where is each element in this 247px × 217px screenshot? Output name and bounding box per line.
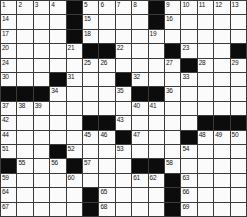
cell-r11c11[interactable] xyxy=(165,145,180,158)
cell-r15c3[interactable] xyxy=(34,203,49,216)
clue-number-34: 34 xyxy=(51,87,58,94)
cell-r8c14[interactable] xyxy=(214,102,229,115)
clue-number-13: 13 xyxy=(232,1,239,8)
cell-r1c11[interactable]: 9 xyxy=(165,1,180,14)
cell-r2c11[interactable]: 16 xyxy=(165,15,180,28)
cell-r9c2[interactable] xyxy=(17,116,32,129)
cell-r6c3[interactable] xyxy=(34,73,49,86)
clue-number-51: 51 xyxy=(2,145,9,152)
black-cell-r7c1 xyxy=(1,87,16,100)
cell-r9c10[interactable] xyxy=(149,116,164,129)
cell-r11c14[interactable] xyxy=(214,145,229,158)
clue-number-10: 10 xyxy=(182,1,189,8)
cell-r14c4[interactable] xyxy=(50,188,65,201)
cell-r6c15[interactable] xyxy=(231,73,246,86)
cell-r14c7[interactable]: 65 xyxy=(99,188,114,201)
cell-r8c11[interactable] xyxy=(165,102,180,115)
cell-r5c1[interactable]: 24 xyxy=(1,59,16,72)
crossword-puzzle: 1234567891011121314151617181920212223242… xyxy=(0,0,247,217)
cell-r7c7[interactable] xyxy=(99,87,114,100)
clue-number-26: 26 xyxy=(100,59,107,66)
cell-r1c8[interactable]: 7 xyxy=(116,1,131,14)
cell-r11c8[interactable]: 53 xyxy=(116,145,131,158)
cell-r1c2[interactable]: 2 xyxy=(17,1,32,14)
cell-r9c8[interactable]: 43 xyxy=(116,116,131,129)
cell-r12c7[interactable] xyxy=(99,159,114,172)
cell-r15c15[interactable] xyxy=(231,203,246,216)
black-cell-r2c5 xyxy=(67,15,82,28)
clue-number-33: 33 xyxy=(182,73,189,80)
clue-number-36: 36 xyxy=(166,87,173,94)
cell-r9c11[interactable] xyxy=(165,116,180,129)
cell-r4c3[interactable] xyxy=(34,44,49,57)
cell-r7c13[interactable] xyxy=(198,87,213,100)
cell-r7c15[interactable] xyxy=(231,87,246,100)
cell-r1c4[interactable]: 4 xyxy=(50,1,65,14)
cell-r5c14[interactable] xyxy=(214,59,229,72)
clue-number-48: 48 xyxy=(199,131,206,138)
cell-r7c12[interactable] xyxy=(181,87,196,100)
cell-r5c7[interactable]: 26 xyxy=(99,59,114,72)
cell-r8c6[interactable] xyxy=(83,102,98,115)
black-cell-r12c9 xyxy=(132,159,147,172)
cell-r2c2[interactable] xyxy=(17,15,32,28)
cell-r14c3[interactable] xyxy=(34,188,49,201)
clue-number-67: 67 xyxy=(2,203,9,210)
black-cell-r9c15 xyxy=(231,116,246,129)
clue-number-11: 11 xyxy=(199,1,205,8)
cell-r12c11[interactable]: 58 xyxy=(165,159,180,172)
cell-r9c1[interactable]: 42 xyxy=(1,116,16,129)
black-cell-r12c10 xyxy=(149,159,164,172)
cell-r3c7[interactable] xyxy=(99,30,114,43)
cell-r8c1[interactable]: 37 xyxy=(1,102,16,115)
cell-r12c15[interactable] xyxy=(231,159,246,172)
cell-r15c1[interactable]: 67 xyxy=(1,203,16,216)
clue-number-56: 56 xyxy=(51,159,58,166)
cell-r14c10[interactable] xyxy=(149,188,164,201)
cell-r14c14[interactable] xyxy=(214,188,229,201)
cell-r6c10[interactable] xyxy=(149,73,164,86)
cell-r9c4[interactable] xyxy=(50,116,65,129)
black-cell-r2c10 xyxy=(149,15,164,28)
black-cell-r1c10 xyxy=(149,1,164,14)
cell-r8c5[interactable] xyxy=(67,102,82,115)
cell-r13c4[interactable] xyxy=(50,174,65,187)
cell-r15c5[interactable] xyxy=(67,203,82,216)
clue-number-55: 55 xyxy=(18,159,25,166)
cell-r11c12[interactable]: 54 xyxy=(181,145,196,158)
cell-r2c14[interactable] xyxy=(214,15,229,28)
cell-r1c14[interactable]: 12 xyxy=(214,1,229,14)
black-cell-r9c13 xyxy=(198,116,213,129)
cell-r8c9[interactable]: 40 xyxy=(132,102,147,115)
clue-number-18: 18 xyxy=(84,30,91,37)
clue-number-57: 57 xyxy=(84,159,91,166)
cell-r14c12[interactable]: 66 xyxy=(181,188,196,201)
cell-r2c12[interactable] xyxy=(181,15,196,28)
black-cell-r12c1 xyxy=(1,159,16,172)
cell-r2c15[interactable] xyxy=(231,15,246,28)
clue-number-42: 42 xyxy=(2,116,9,123)
cell-r3c9[interactable] xyxy=(132,30,147,43)
cell-r14c9[interactable] xyxy=(132,188,147,201)
cell-r6c1[interactable]: 30 xyxy=(1,73,16,86)
cell-r3c2[interactable] xyxy=(17,30,32,43)
cell-r14c13[interactable] xyxy=(198,188,213,201)
cell-r6c11[interactable] xyxy=(165,73,180,86)
cell-r7c8[interactable]: 35 xyxy=(116,87,131,100)
cell-r3c12[interactable] xyxy=(181,30,196,43)
black-cell-r6c8 xyxy=(116,73,131,86)
cell-r6c5[interactable]: 31 xyxy=(67,73,82,86)
cell-r2c3[interactable] xyxy=(34,15,49,28)
cell-r11c15[interactable] xyxy=(231,145,246,158)
clue-number-21: 21 xyxy=(68,44,75,51)
clue-number-41: 41 xyxy=(150,102,157,109)
clue-number-68: 68 xyxy=(100,203,107,210)
clue-number-65: 65 xyxy=(100,188,107,195)
black-cell-r6c4 xyxy=(50,73,65,86)
cell-r5c5[interactable] xyxy=(67,59,82,72)
cell-r13c5[interactable]: 60 xyxy=(67,174,82,187)
clue-number-49: 49 xyxy=(215,131,222,138)
cell-r10c10[interactable] xyxy=(149,131,164,144)
cell-r1c3[interactable]: 3 xyxy=(34,1,49,14)
black-cell-r4c11 xyxy=(165,44,180,57)
clue-number-35: 35 xyxy=(117,87,124,94)
clue-number-54: 54 xyxy=(182,145,189,152)
clue-number-4: 4 xyxy=(51,1,54,8)
cell-r3c10[interactable]: 19 xyxy=(149,30,164,43)
clue-number-53: 53 xyxy=(117,145,124,152)
cell-r12c13[interactable] xyxy=(198,159,213,172)
black-cell-r9c7 xyxy=(99,116,114,129)
cell-r8c3[interactable]: 39 xyxy=(34,102,49,115)
cell-r5c4[interactable] xyxy=(50,59,65,72)
cell-r13c6[interactable] xyxy=(83,174,98,187)
black-cell-r7c2 xyxy=(17,87,32,100)
cell-r1c7[interactable]: 6 xyxy=(99,1,114,14)
cell-r6c13[interactable] xyxy=(198,73,213,86)
cell-r13c15[interactable] xyxy=(231,174,246,187)
cell-r13c9[interactable]: 61 xyxy=(132,174,147,187)
crossword-grid: 1234567891011121314151617181920212223242… xyxy=(0,0,247,217)
cell-r5c6[interactable]: 25 xyxy=(83,59,98,72)
clue-number-12: 12 xyxy=(215,1,222,8)
cell-r5c2[interactable] xyxy=(17,59,32,72)
cell-r11c6[interactable] xyxy=(83,145,98,158)
black-cell-r7c3 xyxy=(34,87,49,100)
cell-r13c2[interactable] xyxy=(17,174,32,187)
cell-r4c5[interactable]: 21 xyxy=(67,44,82,57)
clue-number-52: 52 xyxy=(68,145,75,152)
cell-r3c1[interactable]: 17 xyxy=(1,30,16,43)
cell-r1c15[interactable]: 13 xyxy=(231,1,246,14)
cell-r3c15[interactable] xyxy=(231,30,246,43)
clue-number-9: 9 xyxy=(166,1,169,8)
black-cell-r9c6 xyxy=(83,116,98,129)
cell-r4c4[interactable] xyxy=(50,44,65,57)
cell-r3c3[interactable] xyxy=(34,30,49,43)
cell-r2c7[interactable] xyxy=(99,15,114,28)
cell-r13c8[interactable] xyxy=(116,174,131,187)
black-cell-r13c11 xyxy=(165,174,180,187)
cell-r10c7[interactable]: 46 xyxy=(99,131,114,144)
cell-r13c14[interactable] xyxy=(214,174,229,187)
cell-r4c2[interactable] xyxy=(17,44,32,57)
cell-r8c13[interactable] xyxy=(198,102,213,115)
clue-number-2: 2 xyxy=(18,1,21,8)
cell-r13c3[interactable] xyxy=(34,174,49,187)
clue-number-22: 22 xyxy=(117,44,124,51)
cell-r5c11[interactable]: 27 xyxy=(165,59,180,72)
cell-r1c1[interactable]: 1 xyxy=(1,1,16,14)
cell-r2c13[interactable] xyxy=(198,15,213,28)
clue-number-37: 37 xyxy=(2,102,9,109)
cell-r14c15[interactable] xyxy=(231,188,246,201)
black-cell-r12c5 xyxy=(67,159,82,172)
black-cell-r10c12 xyxy=(181,131,196,144)
cell-r11c10[interactable] xyxy=(149,145,164,158)
cell-r15c7[interactable]: 68 xyxy=(99,203,114,216)
cell-r2c8[interactable] xyxy=(116,15,131,28)
black-cell-r15c11 xyxy=(165,203,180,216)
cell-r15c2[interactable] xyxy=(17,203,32,216)
cell-r11c3[interactable] xyxy=(34,145,49,158)
cell-r5c3[interactable] xyxy=(34,59,49,72)
cell-r3c4[interactable] xyxy=(50,30,65,43)
cell-r14c2[interactable] xyxy=(17,188,32,201)
black-cell-r4c6 xyxy=(83,44,98,57)
cell-r7c5[interactable] xyxy=(67,87,82,100)
cell-r13c1[interactable]: 59 xyxy=(1,174,16,187)
cell-r10c2[interactable] xyxy=(17,131,32,144)
cell-r6c14[interactable] xyxy=(214,73,229,86)
cell-r15c4[interactable] xyxy=(50,203,65,216)
clue-number-64: 64 xyxy=(2,188,9,195)
cell-r2c9[interactable] xyxy=(132,15,147,28)
cell-r2c1[interactable]: 14 xyxy=(1,15,16,28)
cell-r5c8[interactable] xyxy=(116,59,131,72)
cell-r7c11[interactable]: 36 xyxy=(165,87,180,100)
clue-number-23: 23 xyxy=(182,44,189,51)
clue-number-1: 1 xyxy=(2,1,5,8)
cell-r14c5[interactable] xyxy=(67,188,82,201)
cell-r1c9[interactable]: 8 xyxy=(132,1,147,14)
clue-number-6: 6 xyxy=(100,1,103,8)
black-cell-r9c14 xyxy=(214,116,229,129)
cell-r6c6[interactable] xyxy=(83,73,98,86)
black-cell-r4c15 xyxy=(231,44,246,57)
cell-r10c3[interactable] xyxy=(34,131,49,144)
clue-number-28: 28 xyxy=(199,59,206,66)
black-cell-r3c5 xyxy=(67,30,82,43)
cell-r8c2[interactable]: 38 xyxy=(17,102,32,115)
clue-number-60: 60 xyxy=(68,174,75,181)
cell-r10c15[interactable]: 50 xyxy=(231,131,246,144)
cell-r6c9[interactable]: 32 xyxy=(132,73,147,86)
black-cell-r5c12 xyxy=(181,59,196,72)
cell-r9c9[interactable] xyxy=(132,116,147,129)
cell-r7c14[interactable] xyxy=(214,87,229,100)
cell-r4c1[interactable]: 20 xyxy=(1,44,16,57)
black-cell-r14c11 xyxy=(165,188,180,201)
clue-number-8: 8 xyxy=(133,1,136,8)
cell-r4c10[interactable] xyxy=(149,44,164,57)
cell-r4c8[interactable]: 22 xyxy=(116,44,131,57)
cell-r2c4[interactable] xyxy=(50,15,65,28)
clue-number-66: 66 xyxy=(182,188,189,195)
clue-number-50: 50 xyxy=(232,131,239,138)
cell-r14c8[interactable] xyxy=(116,188,131,201)
cell-r1c12[interactable]: 10 xyxy=(181,1,196,14)
cell-r11c9[interactable] xyxy=(132,145,147,158)
cell-r6c7[interactable] xyxy=(99,73,114,86)
cell-r4c14[interactable] xyxy=(214,44,229,57)
cell-r3c8[interactable] xyxy=(116,30,131,43)
clue-number-16: 16 xyxy=(166,15,173,22)
clue-number-40: 40 xyxy=(133,102,140,109)
clue-number-15: 15 xyxy=(84,15,91,22)
cell-r13c13[interactable] xyxy=(198,174,213,187)
cell-r9c3[interactable] xyxy=(34,116,49,129)
black-cell-r7c9 xyxy=(132,87,147,100)
black-cell-r7c10 xyxy=(149,87,164,100)
cell-r8c15[interactable] xyxy=(231,102,246,115)
cell-r11c7[interactable] xyxy=(99,145,114,158)
clue-number-61: 61 xyxy=(133,174,140,181)
cell-r13c12[interactable]: 63 xyxy=(181,174,196,187)
cell-r4c13[interactable] xyxy=(198,44,213,57)
clue-number-63: 63 xyxy=(182,174,189,181)
cell-r1c13[interactable]: 11 xyxy=(198,1,213,14)
clue-number-47: 47 xyxy=(133,131,140,138)
clue-number-3: 3 xyxy=(35,1,38,8)
clue-number-25: 25 xyxy=(84,59,91,66)
cell-r13c10[interactable]: 62 xyxy=(149,174,164,187)
cell-r15c12[interactable]: 69 xyxy=(181,203,196,216)
clue-number-19: 19 xyxy=(150,30,157,37)
cell-r7c6[interactable] xyxy=(83,87,98,100)
clue-number-29: 29 xyxy=(232,59,239,66)
cell-r15c9[interactable] xyxy=(132,203,147,216)
cell-r10c14[interactable]: 49 xyxy=(214,131,229,144)
clue-number-69: 69 xyxy=(182,203,189,210)
cell-r3c14[interactable] xyxy=(214,30,229,43)
cell-r2c6[interactable]: 15 xyxy=(83,15,98,28)
cell-r3c13[interactable] xyxy=(198,30,213,43)
clue-number-14: 14 xyxy=(2,15,9,22)
cell-r12c2[interactable]: 55 xyxy=(17,159,32,172)
clue-number-7: 7 xyxy=(117,1,120,8)
clue-number-46: 46 xyxy=(100,131,107,138)
black-cell-r4c7 xyxy=(99,44,114,57)
cell-r8c8[interactable] xyxy=(116,102,131,115)
cell-r4c9[interactable] xyxy=(132,44,147,57)
clue-number-17: 17 xyxy=(2,30,9,37)
cell-r1c6[interactable]: 5 xyxy=(83,1,98,14)
cell-r12c3[interactable] xyxy=(34,159,49,172)
black-cell-r11c4 xyxy=(50,145,65,158)
clue-number-30: 30 xyxy=(2,73,9,80)
clue-number-24: 24 xyxy=(2,59,9,66)
clue-number-27: 27 xyxy=(166,59,173,66)
cell-r6c2[interactable] xyxy=(17,73,32,86)
cell-r6c12[interactable]: 33 xyxy=(181,73,196,86)
clue-number-32: 32 xyxy=(133,73,140,80)
cell-r10c1[interactable]: 44 xyxy=(1,131,16,144)
cell-r10c11[interactable] xyxy=(165,131,180,144)
cell-r11c2[interactable] xyxy=(17,145,32,158)
cell-r13c7[interactable] xyxy=(99,174,114,187)
cell-r8c7[interactable] xyxy=(99,102,114,115)
cell-r8c4[interactable] xyxy=(50,102,65,115)
cell-r4c12[interactable]: 23 xyxy=(181,44,196,57)
cell-r5c15[interactable]: 29 xyxy=(231,59,246,72)
cell-r14c1[interactable]: 64 xyxy=(1,188,16,201)
cell-r12c6[interactable]: 57 xyxy=(83,159,98,172)
cell-r15c10[interactable] xyxy=(149,203,164,216)
clue-number-38: 38 xyxy=(18,102,25,109)
cell-r3c11[interactable] xyxy=(165,30,180,43)
cell-r3c6[interactable]: 18 xyxy=(83,30,98,43)
clue-number-58: 58 xyxy=(166,159,173,166)
cell-r10c5[interactable] xyxy=(67,131,82,144)
clue-number-59: 59 xyxy=(2,174,9,181)
clue-number-5: 5 xyxy=(84,1,87,8)
cell-r11c1[interactable]: 51 xyxy=(1,145,16,158)
cell-r12c12[interactable] xyxy=(181,159,196,172)
cell-r9c5[interactable] xyxy=(67,116,82,129)
cell-r8c12[interactable] xyxy=(181,102,196,115)
cell-r15c8[interactable] xyxy=(116,203,131,216)
cell-r11c5[interactable]: 52 xyxy=(67,145,82,158)
cell-r10c4[interactable] xyxy=(50,131,65,144)
cell-r11c13[interactable] xyxy=(198,145,213,158)
clue-number-45: 45 xyxy=(84,131,91,138)
cell-r5c13[interactable]: 28 xyxy=(198,59,213,72)
cell-r15c13[interactable] xyxy=(198,203,213,216)
cell-r10c13[interactable]: 48 xyxy=(198,131,213,144)
black-cell-r1c5 xyxy=(67,1,82,14)
cell-r10c6[interactable]: 45 xyxy=(83,131,98,144)
cell-r12c4[interactable]: 56 xyxy=(50,159,65,172)
cell-r15c14[interactable] xyxy=(214,203,229,216)
clue-number-20: 20 xyxy=(2,44,9,51)
clue-number-44: 44 xyxy=(2,131,9,138)
cell-r5c9[interactable] xyxy=(132,59,147,72)
clue-number-62: 62 xyxy=(150,174,157,181)
cell-r8c10[interactable]: 41 xyxy=(149,102,164,115)
cell-r5c10[interactable] xyxy=(149,59,164,72)
black-cell-r10c8 xyxy=(116,131,131,144)
cell-r10c9[interactable]: 47 xyxy=(132,131,147,144)
black-cell-r15c6 xyxy=(83,203,98,216)
cell-r9c12[interactable] xyxy=(181,116,196,129)
clue-number-39: 39 xyxy=(35,102,42,109)
black-cell-r14c6 xyxy=(83,188,98,201)
cell-r7c4[interactable]: 34 xyxy=(50,87,65,100)
cell-r12c14[interactable] xyxy=(214,159,229,172)
cell-r12c8[interactable] xyxy=(116,159,131,172)
clue-number-43: 43 xyxy=(117,116,124,123)
clue-number-31: 31 xyxy=(68,73,75,80)
